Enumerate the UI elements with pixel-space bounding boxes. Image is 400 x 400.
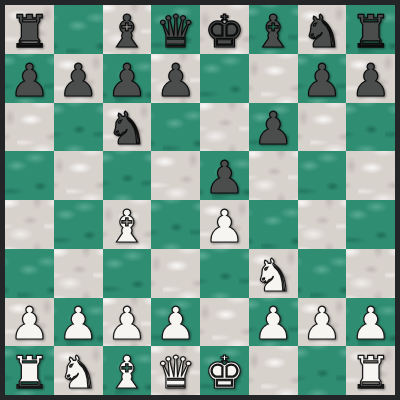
black-knight-c6: ♞ (107, 106, 147, 151)
square-c2[interactable]: ♟ (103, 298, 152, 347)
white-bishop-c4: ♝ (107, 204, 147, 249)
square-e7[interactable] (200, 54, 249, 103)
square-a1[interactable]: ♜ (5, 346, 54, 395)
black-queen-d8: ♛ (155, 9, 195, 54)
white-knight-f3: ♞ (253, 253, 293, 298)
square-e6[interactable] (200, 103, 249, 152)
square-b5[interactable] (54, 151, 103, 200)
square-g8[interactable]: ♞ (298, 5, 347, 54)
white-pawn-h2: ♟ (350, 301, 390, 346)
square-d7[interactable]: ♟ (151, 54, 200, 103)
square-d6[interactable] (151, 103, 200, 152)
white-knight-b1: ♞ (58, 350, 98, 395)
square-h5[interactable] (346, 151, 395, 200)
black-pawn-a7: ♟ (9, 58, 49, 103)
square-f1[interactable] (249, 346, 298, 395)
square-g1[interactable] (298, 346, 347, 395)
black-pawn-g7: ♟ (302, 58, 342, 103)
black-pawn-b7: ♟ (58, 58, 98, 103)
square-e8[interactable]: ♚ (200, 5, 249, 54)
square-a8[interactable]: ♜ (5, 5, 54, 54)
square-a5[interactable] (5, 151, 54, 200)
square-g6[interactable] (298, 103, 347, 152)
white-pawn-c2: ♟ (107, 301, 147, 346)
square-c1[interactable]: ♝ (103, 346, 152, 395)
square-g5[interactable] (298, 151, 347, 200)
square-b7[interactable]: ♟ (54, 54, 103, 103)
square-f6[interactable]: ♟ (249, 103, 298, 152)
square-d4[interactable] (151, 200, 200, 249)
square-h4[interactable] (346, 200, 395, 249)
square-b4[interactable] (54, 200, 103, 249)
square-h1[interactable]: ♜ (346, 346, 395, 395)
black-rook-a8: ♜ (9, 9, 49, 54)
square-a4[interactable] (5, 200, 54, 249)
square-h3[interactable] (346, 249, 395, 298)
white-pawn-e4: ♟ (204, 204, 244, 249)
square-c4[interactable]: ♝ (103, 200, 152, 249)
black-king-e8: ♚ (204, 9, 244, 54)
square-d2[interactable]: ♟ (151, 298, 200, 347)
square-a7[interactable]: ♟ (5, 54, 54, 103)
square-d5[interactable] (151, 151, 200, 200)
black-rook-h8: ♜ (350, 9, 390, 54)
square-h7[interactable]: ♟ (346, 54, 395, 103)
square-g7[interactable]: ♟ (298, 54, 347, 103)
white-pawn-d2: ♟ (155, 301, 195, 346)
square-e4[interactable]: ♟ (200, 200, 249, 249)
square-a2[interactable]: ♟ (5, 298, 54, 347)
board-frame: ♜♝♛♚♝♞♜♟♟♟♟♟♟♞♟♟♝♟♞♟♟♟♟♟♟♟♜♞♝♛♚♜ (0, 0, 400, 400)
square-f8[interactable]: ♝ (249, 5, 298, 54)
square-g4[interactable] (298, 200, 347, 249)
square-b8[interactable] (54, 5, 103, 54)
white-rook-h1: ♜ (350, 350, 390, 395)
square-e2[interactable] (200, 298, 249, 347)
square-e5[interactable]: ♟ (200, 151, 249, 200)
square-c6[interactable]: ♞ (103, 103, 152, 152)
white-pawn-b2: ♟ (58, 301, 98, 346)
chess-app: ♜♝♛♚♝♞♜♟♟♟♟♟♟♞♟♟♝♟♞♟♟♟♟♟♟♟♜♞♝♛♚♜ (0, 0, 400, 400)
square-a3[interactable] (5, 249, 54, 298)
square-f4[interactable] (249, 200, 298, 249)
square-f2[interactable]: ♟ (249, 298, 298, 347)
square-e1[interactable]: ♚ (200, 346, 249, 395)
black-bishop-c8: ♝ (107, 9, 147, 54)
square-h8[interactable]: ♜ (346, 5, 395, 54)
chess-board[interactable]: ♜♝♛♚♝♞♜♟♟♟♟♟♟♞♟♟♝♟♞♟♟♟♟♟♟♟♜♞♝♛♚♜ (5, 5, 395, 395)
square-f7[interactable] (249, 54, 298, 103)
white-pawn-g2: ♟ (302, 301, 342, 346)
square-b1[interactable]: ♞ (54, 346, 103, 395)
square-f3[interactable]: ♞ (249, 249, 298, 298)
square-g2[interactable]: ♟ (298, 298, 347, 347)
square-h6[interactable] (346, 103, 395, 152)
black-pawn-d7: ♟ (155, 58, 195, 103)
black-pawn-h7: ♟ (350, 58, 390, 103)
square-d8[interactable]: ♛ (151, 5, 200, 54)
square-d3[interactable] (151, 249, 200, 298)
square-c7[interactable]: ♟ (103, 54, 152, 103)
white-rook-a1: ♜ (9, 350, 49, 395)
square-b2[interactable]: ♟ (54, 298, 103, 347)
white-pawn-a2: ♟ (9, 301, 49, 346)
black-knight-g8: ♞ (302, 9, 342, 54)
black-bishop-f8: ♝ (253, 9, 293, 54)
white-king-e1: ♚ (204, 350, 244, 395)
square-c3[interactable] (103, 249, 152, 298)
square-f5[interactable] (249, 151, 298, 200)
white-pawn-f2: ♟ (253, 301, 293, 346)
black-pawn-e5: ♟ (204, 155, 244, 200)
square-c5[interactable] (103, 151, 152, 200)
square-h2[interactable]: ♟ (346, 298, 395, 347)
square-b3[interactable] (54, 249, 103, 298)
black-pawn-c7: ♟ (107, 58, 147, 103)
square-b6[interactable] (54, 103, 103, 152)
square-d1[interactable]: ♛ (151, 346, 200, 395)
square-c8[interactable]: ♝ (103, 5, 152, 54)
black-pawn-f6: ♟ (253, 106, 293, 151)
white-bishop-c1: ♝ (107, 350, 147, 395)
square-e3[interactable] (200, 249, 249, 298)
white-queen-d1: ♛ (155, 350, 195, 395)
square-g3[interactable] (298, 249, 347, 298)
square-a6[interactable] (5, 103, 54, 152)
